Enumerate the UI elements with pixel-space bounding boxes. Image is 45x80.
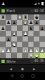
clock-icon (31, 9, 34, 12)
piece-white-king: ♚ (34, 53, 38, 58)
android-back-button[interactable]: ◁ (10, 74, 13, 78)
opponent-player-bar: Black 02:13 (0, 7, 45, 14)
android-home-button[interactable]: ○ (21, 74, 24, 78)
piece-black-pawn: ♟ (40, 26, 44, 31)
wifi-icon (38, 2, 41, 5)
piece-white-queen: ♛ (23, 20, 27, 25)
piece-black-pawn: ♟ (6, 37, 10, 42)
piece-black-pawn: ♟ (1, 26, 5, 31)
battery-icon (42, 2, 44, 5)
player-avatar (2, 60, 5, 63)
piece-black-pawn: ♟ (34, 20, 38, 25)
opponent-avatar (2, 9, 5, 12)
piece-white-rook: ♜ (18, 15, 22, 20)
piece-white-pawn: ♟ (6, 48, 10, 53)
piece-black-rook: ♜ (23, 15, 27, 20)
game-toolbar: ◀ ● ▶ (0, 64, 45, 72)
piece-white-knight: ♞ (12, 42, 16, 47)
piece-white-pawn: ♟ (34, 48, 38, 53)
chess-app-notification-icon: ♟ (2, 2, 6, 6)
piece-black-king: ♚ (34, 15, 38, 20)
player-name: White (6, 59, 30, 63)
clock-icon (31, 60, 34, 63)
chess-board[interactable]: ♜♜♜♚♟♟♛♟♟♟♞♟♝♟♟♞♟♟♝♟♟♟♜♚ (0, 14, 45, 58)
redo-move-button[interactable]: ▶ (33, 67, 36, 70)
piece-white-pawn: ♟ (1, 48, 5, 53)
piece-white-rook: ♜ (29, 53, 33, 58)
opponent-name: Black (6, 9, 30, 13)
opponent-clock: 02:13 (34, 9, 43, 13)
piece-white-bishop: ♝ (12, 31, 16, 36)
phone-screen: ♟ Black 02:13 ♜♜♜♚♟♟♛♟♟♟♞♟♝♟♟♞♟♟♝♟♟♟♜♚ W… (0, 0, 45, 80)
piece-white-pawn: ♟ (40, 48, 44, 53)
signal-icon (34, 2, 37, 5)
menu-button[interactable]: ● (21, 67, 24, 70)
square-h1[interactable] (39, 53, 45, 58)
android-nav-bar: ◁ ○ ▢ (0, 72, 45, 80)
piece-white-pawn: ♟ (29, 48, 33, 53)
piece-white-bishop: ♝ (23, 48, 27, 53)
piece-white-pawn: ♟ (23, 31, 27, 36)
android-recents-button[interactable]: ▢ (31, 74, 35, 78)
status-bar: ♟ (0, 0, 45, 7)
piece-black-knight: ♞ (29, 26, 33, 31)
undo-move-button[interactable]: ◀ (10, 67, 13, 70)
piece-black-pawn: ♟ (29, 20, 33, 25)
piece-black-pawn: ♟ (12, 20, 16, 25)
piece-black-rook: ♜ (1, 15, 5, 20)
piece-black-pawn: ♟ (6, 20, 10, 25)
player-clock: 01:15 (34, 60, 43, 64)
